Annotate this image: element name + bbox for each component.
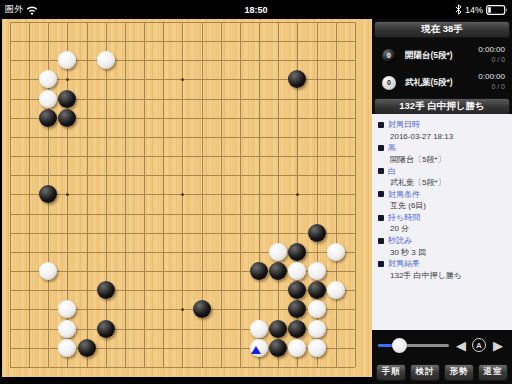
black-stone (250, 262, 268, 280)
white-stone (308, 262, 326, 280)
info-label: 持ち時間 (388, 212, 420, 223)
star-point (66, 78, 69, 81)
white-player-name: 武礼葉(5段*) (405, 77, 453, 89)
estimate-button[interactable]: 形勢 (444, 364, 474, 381)
bottom-button-bar: 手順検討形勢退室 (372, 360, 512, 384)
black-stone (39, 185, 57, 203)
white-stone (288, 262, 306, 280)
black-stone (39, 109, 57, 127)
black-stone (269, 262, 287, 280)
info-value: 20 分 (376, 223, 508, 235)
white-stone (58, 320, 76, 338)
info-label-row: 対局結果 (376, 258, 508, 270)
white-stone (58, 51, 76, 69)
black-stone (58, 109, 76, 127)
grid-line (336, 22, 337, 367)
black-player-time: 0:00:00 (478, 45, 505, 55)
white-stone (58, 339, 76, 357)
current-move-header: 現在 38手 (374, 21, 510, 38)
black-stone (288, 281, 306, 299)
info-value: 武礼葉〔5段*〕 (376, 177, 508, 189)
black-stone (288, 243, 306, 261)
white-stone (58, 300, 76, 318)
info-label-row: 白 (376, 165, 508, 177)
black-player-periods: 0 / 0 (478, 55, 505, 65)
white-stone (269, 243, 287, 261)
info-label: 対局日時 (388, 119, 420, 130)
star-point (296, 193, 299, 196)
bluetooth-icon (455, 4, 462, 15)
move-slider[interactable] (378, 337, 449, 353)
black-stone (97, 281, 115, 299)
white-stone-capture-icon: 0 (382, 76, 396, 90)
info-value: 開陽台〔5段*〕 (376, 154, 508, 166)
player-row-black: 0 開陽台(5段*) 0:00:00 0 / 0 (376, 42, 508, 69)
white-stone (308, 339, 326, 357)
grid-line (221, 22, 222, 367)
white-player-time: 0:00:00 (478, 72, 505, 82)
result-header: 132手 白中押し勝ち (374, 98, 510, 115)
last-move-triangle-marker (251, 346, 261, 354)
white-stone (97, 51, 115, 69)
black-stone (288, 70, 306, 88)
white-stone (327, 281, 345, 299)
battery-percent-label: 14% (465, 5, 483, 15)
exit-button[interactable]: 退室 (478, 364, 508, 381)
auto-play-button[interactable]: A (472, 338, 486, 352)
info-value: 30 秒 3 回 (376, 247, 508, 259)
info-value: 互先 (6目) (376, 200, 508, 212)
moves-button[interactable]: 手順 (376, 364, 406, 381)
black-stone (58, 90, 76, 108)
replay-controls: ◀ A ▶ (372, 332, 512, 358)
list-bullet-icon (378, 122, 384, 128)
info-label-row: 対局条件 (376, 189, 508, 201)
white-stone (288, 339, 306, 357)
info-label: 黒 (388, 142, 396, 153)
info-value: 2016-03-27 18:13 (376, 131, 508, 143)
prev-move-button[interactable]: ◀ (456, 339, 466, 352)
grid-line (10, 367, 355, 368)
black-stone (288, 300, 306, 318)
info-label: 対局結果 (388, 258, 420, 269)
go-board[interactable] (2, 19, 372, 377)
info-label-row: 秒読み (376, 235, 508, 247)
list-bullet-icon (378, 145, 384, 151)
star-point (181, 193, 184, 196)
black-stone (308, 281, 326, 299)
battery-icon (486, 5, 508, 15)
info-label: 白 (388, 166, 396, 177)
game-info-panel: 対局日時2016-03-27 18:13黒開陽台〔5段*〕白武礼葉〔5段*〕対局… (372, 114, 512, 330)
black-stone (269, 320, 287, 338)
white-stone (308, 300, 326, 318)
white-stone (39, 90, 57, 108)
info-label-row: 黒 (376, 142, 508, 154)
grid-line (10, 233, 355, 234)
white-stone (308, 320, 326, 338)
slider-thumb[interactable] (392, 338, 407, 353)
player-list: 0 開陽台(5段*) 0:00:00 0 / 0 0 武礼葉(5段*) 0:00… (372, 38, 512, 96)
list-bullet-icon (378, 261, 384, 267)
grid-line (355, 22, 356, 367)
info-label-row: 持ち時間 (376, 212, 508, 224)
white-stone (250, 320, 268, 338)
info-label: 秒読み (388, 235, 412, 246)
info-value: 132手 白中押し勝ち (376, 270, 508, 282)
list-bullet-icon (378, 168, 384, 174)
white-stone (327, 243, 345, 261)
white-stone (39, 262, 57, 280)
list-bullet-icon (378, 238, 384, 244)
clock-label: 18:50 (0, 5, 512, 15)
black-stone (269, 339, 287, 357)
sidebar: 現在 38手 0 開陽台(5段*) 0:00:00 0 / 0 0 武礼葉(5段… (372, 19, 512, 384)
black-stone (308, 224, 326, 242)
grid-line (278, 22, 279, 367)
black-stone (78, 339, 96, 357)
player-row-white: 0 武礼葉(5段*) 0:00:00 0 / 0 (376, 69, 508, 96)
list-bullet-icon (378, 191, 384, 197)
grid-line (240, 22, 241, 367)
next-move-button[interactable]: ▶ (493, 339, 503, 352)
black-player-name: 開陽台(5段*) (405, 50, 453, 62)
white-player-periods: 0 / 0 (478, 82, 505, 92)
list-bullet-icon (378, 215, 384, 221)
black-stone (193, 300, 211, 318)
grid-line (10, 214, 355, 215)
white-stone (39, 70, 57, 88)
grid-line (259, 22, 260, 367)
board-pane (0, 19, 372, 384)
star-point (66, 193, 69, 196)
star-point (181, 78, 184, 81)
black-stone (97, 320, 115, 338)
info-label: 対局条件 (388, 189, 420, 200)
star-point (181, 308, 184, 311)
review-button[interactable]: 検討 (410, 364, 440, 381)
black-stone (288, 320, 306, 338)
info-label-row: 対局日時 (376, 119, 508, 131)
black-stone-capture-icon: 0 (382, 49, 396, 63)
status-bar: 圏外 18:50 14% (0, 0, 512, 19)
